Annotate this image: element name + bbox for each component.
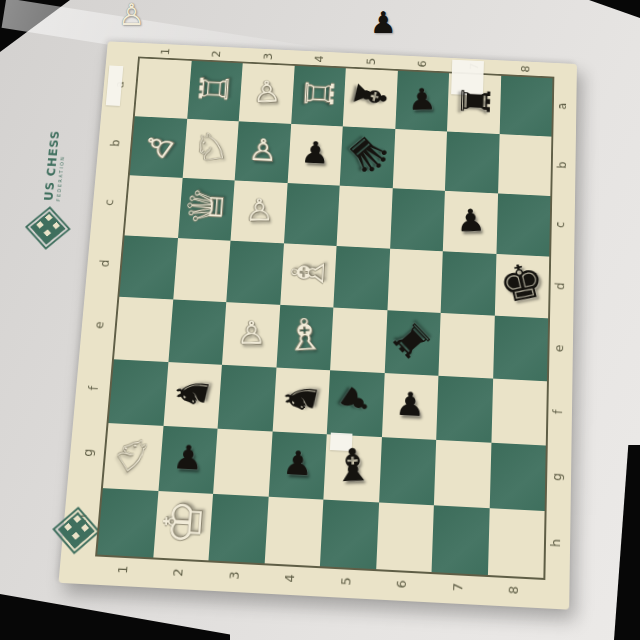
square-a8[interactable]	[499, 76, 552, 137]
piece-white-queen-fallen[interactable]: ♕	[181, 184, 231, 227]
square-h3[interactable]	[208, 494, 268, 563]
square-h1[interactable]	[97, 488, 158, 557]
piece-black-pawn[interactable]: ♟	[300, 137, 330, 168]
square-a1[interactable]	[135, 58, 191, 118]
square-c8[interactable]	[496, 193, 550, 256]
piece-white-pawn[interactable]: ♙	[236, 316, 266, 348]
square-e5[interactable]	[330, 308, 387, 374]
piece-white-pawn[interactable]: ♙	[244, 194, 273, 225]
square-g8[interactable]	[489, 443, 546, 511]
square-h6[interactable]	[376, 502, 434, 572]
piece-white-bishop[interactable]: ♗	[284, 312, 326, 357]
offboard-piece-white-pawn[interactable]: ♙	[118, 0, 145, 30]
square-b7[interactable]	[445, 132, 499, 194]
square-h5[interactable]	[320, 500, 379, 570]
square-c1[interactable]	[125, 175, 183, 238]
square-d2[interactable]	[173, 238, 231, 302]
square-b8[interactable]	[498, 134, 552, 196]
square-e2[interactable]	[168, 299, 226, 364]
piece-black-rook-fallen[interactable]: ♜	[454, 83, 494, 118]
piece-black-pawn[interactable]: ♟	[407, 84, 437, 114]
square-e1[interactable]	[114, 297, 173, 362]
square-f1[interactable]	[109, 359, 168, 426]
square-e8[interactable]	[493, 316, 548, 382]
us-chess-corner-emblem	[63, 513, 98, 554]
piece-black-pawn[interactable]: ♟	[282, 445, 314, 480]
square-h4[interactable]	[264, 497, 323, 566]
square-g3[interactable]	[213, 429, 272, 497]
photo-dark-edge-right	[614, 445, 640, 640]
square-g6[interactable]	[379, 437, 437, 505]
table-surface: ♙♟ 12345678 12345678 abcdefgh abcdefgh U…	[0, 0, 640, 640]
us-chess-emblem-icon	[30, 211, 65, 244]
piece-white-bishop-fallen[interactable]: ♗	[285, 252, 331, 292]
square-f3[interactable]	[218, 365, 276, 432]
square-d6[interactable]	[387, 249, 443, 313]
piece-white-rook-fallen[interactable]: ♖	[194, 71, 236, 105]
piece-white-king-fallen[interactable]: ♔	[156, 497, 211, 546]
square-f7[interactable]	[436, 376, 492, 443]
square-g7[interactable]	[434, 440, 491, 508]
square-d7[interactable]	[441, 251, 496, 315]
square-d3[interactable]	[226, 241, 283, 305]
piece-white-pawn[interactable]: ♙	[248, 134, 279, 165]
piece-black-pawn[interactable]: ♟	[172, 440, 205, 475]
piece-white-knight[interactable]: ♘	[191, 126, 230, 167]
piece-white-rook-fallen[interactable]: ♖	[298, 76, 339, 111]
square-d1[interactable]	[119, 235, 177, 299]
piece-black-pawn[interactable]: ♟	[395, 387, 426, 421]
square-c6[interactable]	[390, 188, 445, 251]
board-grid: ♖♙♖♙♘♙♕♙♗♙♗♘♔♝♟♜♟♛♟♚♜♞♞♟♟♟♟♝	[95, 57, 554, 580]
piece-black-bishop[interactable]: ♝	[331, 442, 374, 488]
square-c5[interactable]	[337, 186, 393, 249]
photo-dark-corner-top-right	[580, 0, 640, 18]
square-f8[interactable]	[491, 379, 547, 446]
chess-board-sheet: 12345678 12345678 abcdefgh abcdefgh US C…	[58, 41, 576, 609]
square-h7[interactable]	[432, 505, 490, 575]
square-d5[interactable]	[333, 246, 389, 310]
piece-black-pawn[interactable]: ♟	[455, 204, 485, 235]
photo-dark-corner-bottom-left	[0, 594, 230, 640]
square-h8[interactable]	[487, 508, 544, 578]
piece-white-pawn[interactable]: ♙	[252, 76, 281, 106]
file-label-b: b	[98, 113, 131, 173]
offboard-piece-black-pawn[interactable]: ♟	[370, 8, 397, 38]
us-chess-emblem-icon	[58, 512, 95, 549]
square-c4[interactable]	[284, 183, 340, 246]
square-e7[interactable]	[438, 313, 494, 379]
